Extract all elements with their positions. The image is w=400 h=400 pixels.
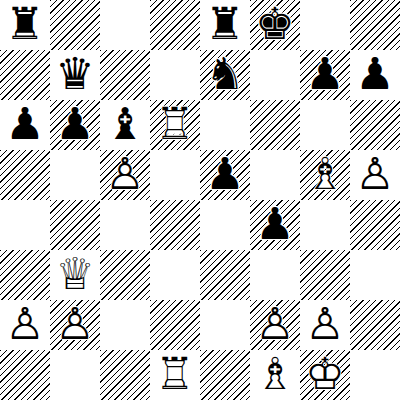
square-e2[interactable] [200, 300, 250, 350]
piece-white-pawn[interactable]: ♟♙ [50, 300, 100, 350]
square-e6[interactable] [200, 100, 250, 150]
white-rook-outline-icon: ♖ [150, 100, 200, 150]
square-f7[interactable] [250, 50, 300, 100]
white-rook-outline-icon: ♖ [150, 350, 200, 400]
square-f3[interactable] [250, 250, 300, 300]
white-pawn-outline-icon: ♙ [350, 150, 400, 200]
square-e8[interactable]: ♜ [200, 0, 250, 50]
square-g5[interactable]: ♝♗ [300, 150, 350, 200]
square-g1[interactable]: ♚♔ [300, 350, 350, 400]
black-queen-icon: ♛ [50, 50, 100, 100]
square-h4[interactable] [350, 200, 400, 250]
square-h2[interactable] [350, 300, 400, 350]
square-b8[interactable] [50, 0, 100, 50]
black-pawn-icon: ♟ [0, 100, 50, 150]
square-f2[interactable]: ♟♙ [250, 300, 300, 350]
square-b4[interactable] [50, 200, 100, 250]
square-h7[interactable]: ♟ [350, 50, 400, 100]
piece-white-king[interactable]: ♚♔ [300, 350, 350, 400]
black-pawn-icon: ♟ [350, 50, 400, 100]
black-king-icon: ♚ [250, 0, 300, 50]
piece-black-bishop[interactable]: ♝ [100, 100, 150, 150]
square-g4[interactable] [300, 200, 350, 250]
square-g3[interactable] [300, 250, 350, 300]
square-d1[interactable]: ♜♖ [150, 350, 200, 400]
square-d5[interactable] [150, 150, 200, 200]
square-e1[interactable] [200, 350, 250, 400]
piece-white-pawn[interactable]: ♟♙ [350, 150, 400, 200]
square-d2[interactable] [150, 300, 200, 350]
black-bishop-icon: ♝ [100, 100, 150, 150]
piece-black-pawn[interactable]: ♟ [200, 150, 250, 200]
square-b7[interactable]: ♛ [50, 50, 100, 100]
square-h5[interactable]: ♟♙ [350, 150, 400, 200]
black-pawn-icon: ♟ [200, 150, 250, 200]
piece-white-bishop[interactable]: ♝♗ [250, 350, 300, 400]
piece-black-pawn[interactable]: ♟ [250, 200, 300, 250]
square-a8[interactable]: ♜ [0, 0, 50, 50]
piece-white-pawn[interactable]: ♟♙ [0, 300, 50, 350]
square-d4[interactable] [150, 200, 200, 250]
white-pawn-outline-icon: ♙ [300, 300, 350, 350]
piece-black-pawn[interactable]: ♟ [300, 50, 350, 100]
white-bishop-outline-icon: ♗ [300, 150, 350, 200]
square-f1[interactable]: ♝♗ [250, 350, 300, 400]
square-c8[interactable] [100, 0, 150, 50]
piece-white-rook[interactable]: ♜♖ [150, 100, 200, 150]
square-e7[interactable]: ♞ [200, 50, 250, 100]
piece-black-pawn[interactable]: ♟ [50, 100, 100, 150]
square-g6[interactable] [300, 100, 350, 150]
piece-white-rook[interactable]: ♜♖ [150, 350, 200, 400]
piece-white-pawn[interactable]: ♟♙ [300, 300, 350, 350]
piece-white-queen[interactable]: ♛♕ [50, 250, 100, 300]
square-b5[interactable] [50, 150, 100, 200]
square-h6[interactable] [350, 100, 400, 150]
square-d3[interactable] [150, 250, 200, 300]
white-queen-outline-icon: ♕ [50, 250, 100, 300]
square-a4[interactable] [0, 200, 50, 250]
square-g8[interactable] [300, 0, 350, 50]
square-h8[interactable] [350, 0, 400, 50]
square-g7[interactable]: ♟ [300, 50, 350, 100]
piece-white-pawn[interactable]: ♟♙ [250, 300, 300, 350]
square-e4[interactable] [200, 200, 250, 250]
square-g2[interactable]: ♟♙ [300, 300, 350, 350]
white-pawn-outline-icon: ♙ [250, 300, 300, 350]
square-d8[interactable] [150, 0, 200, 50]
square-c7[interactable] [100, 50, 150, 100]
square-a5[interactable] [0, 150, 50, 200]
square-h1[interactable] [350, 350, 400, 400]
square-h3[interactable] [350, 250, 400, 300]
square-f8[interactable]: ♚ [250, 0, 300, 50]
square-b2[interactable]: ♟♙ [50, 300, 100, 350]
piece-white-pawn[interactable]: ♟♙ [100, 150, 150, 200]
white-pawn-outline-icon: ♙ [100, 150, 150, 200]
square-c3[interactable] [100, 250, 150, 300]
piece-white-bishop[interactable]: ♝♗ [300, 150, 350, 200]
square-c5[interactable]: ♟♙ [100, 150, 150, 200]
square-a7[interactable] [0, 50, 50, 100]
black-pawn-icon: ♟ [50, 100, 100, 150]
chess-board: ♜♜♚♛♞♟♟♟♟♝♜♖♟♙♟♝♗♟♙♟♛♕♟♙♟♙♟♙♟♙♜♖♝♗♚♔ [0, 0, 400, 400]
piece-black-pawn[interactable]: ♟ [0, 100, 50, 150]
white-king-outline-icon: ♔ [300, 350, 350, 400]
white-pawn-outline-icon: ♙ [0, 300, 50, 350]
square-f6[interactable] [250, 100, 300, 150]
square-a3[interactable] [0, 250, 50, 300]
black-rook-icon: ♜ [0, 0, 50, 50]
square-c4[interactable] [100, 200, 150, 250]
white-pawn-outline-icon: ♙ [50, 300, 100, 350]
black-rook-icon: ♜ [200, 0, 250, 50]
square-f4[interactable]: ♟ [250, 200, 300, 250]
chess-board-wrapper: ♜♜♚♛♞♟♟♟♟♝♜♖♟♙♟♝♗♟♙♟♛♕♟♙♟♙♟♙♟♙♜♖♝♗♚♔ [0, 0, 400, 400]
piece-black-king[interactable]: ♚ [250, 0, 300, 50]
square-e5[interactable]: ♟ [200, 150, 250, 200]
square-a2[interactable]: ♟♙ [0, 300, 50, 350]
square-c6[interactable]: ♝ [100, 100, 150, 150]
square-c1[interactable] [100, 350, 150, 400]
square-d7[interactable] [150, 50, 200, 100]
piece-black-rook[interactable]: ♜ [0, 0, 50, 50]
square-a1[interactable] [0, 350, 50, 400]
white-bishop-outline-icon: ♗ [250, 350, 300, 400]
piece-black-pawn[interactable]: ♟ [350, 50, 400, 100]
square-f5[interactable] [250, 150, 300, 200]
square-b1[interactable] [50, 350, 100, 400]
black-knight-icon: ♞ [200, 50, 250, 100]
piece-black-queen[interactable]: ♛ [50, 50, 100, 100]
square-b6[interactable]: ♟ [50, 100, 100, 150]
black-pawn-icon: ♟ [300, 50, 350, 100]
square-d6[interactable]: ♜♖ [150, 100, 200, 150]
black-pawn-icon: ♟ [250, 200, 300, 250]
square-e3[interactable] [200, 250, 250, 300]
square-a6[interactable]: ♟ [0, 100, 50, 150]
square-b3[interactable]: ♛♕ [50, 250, 100, 300]
piece-black-knight[interactable]: ♞ [200, 50, 250, 100]
piece-black-rook[interactable]: ♜ [200, 0, 250, 50]
square-c2[interactable] [100, 300, 150, 350]
